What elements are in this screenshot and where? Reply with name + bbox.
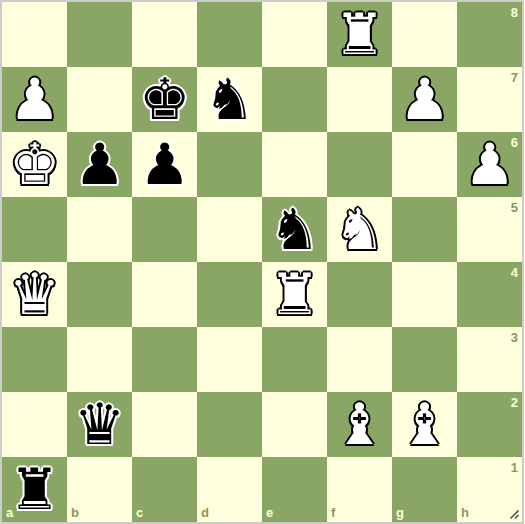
square-g3[interactable] [392, 327, 457, 392]
square-d8[interactable] [197, 2, 262, 67]
square-h7[interactable]: 7 [457, 67, 522, 132]
rank-label-1: 1 [511, 461, 518, 474]
black-pawn[interactable]: ♟ [74, 132, 125, 197]
square-d1[interactable]: d [197, 457, 262, 522]
square-g2[interactable]: ♝ [392, 392, 457, 457]
square-d2[interactable] [197, 392, 262, 457]
rank-label-5: 5 [511, 201, 518, 214]
square-a8[interactable] [2, 2, 67, 67]
white-pawn[interactable]: ♟ [9, 67, 60, 132]
square-c2[interactable] [132, 392, 197, 457]
white-pawn[interactable]: ♟ [399, 67, 450, 132]
square-f5[interactable]: ♞ [327, 197, 392, 262]
file-label-f: f [331, 506, 335, 519]
square-h3[interactable]: 3 [457, 327, 522, 392]
square-b7[interactable] [67, 67, 132, 132]
square-f7[interactable] [327, 67, 392, 132]
white-bishop[interactable]: ♝ [334, 392, 385, 457]
white-rook[interactable]: ♜ [334, 2, 385, 67]
square-d4[interactable] [197, 262, 262, 327]
black-pawn[interactable]: ♟ [139, 132, 190, 197]
rank-label-2: 2 [511, 396, 518, 409]
square-a7[interactable]: ♟ [2, 67, 67, 132]
square-e6[interactable] [262, 132, 327, 197]
black-queen[interactable]: ♛ [74, 392, 125, 457]
rank-label-7: 7 [511, 71, 518, 84]
square-e5[interactable]: ♞ [262, 197, 327, 262]
white-bishop[interactable]: ♝ [399, 392, 450, 457]
white-pawn[interactable]: ♟ [464, 132, 515, 197]
square-b5[interactable] [67, 197, 132, 262]
square-e3[interactable] [262, 327, 327, 392]
rank-label-4: 4 [511, 266, 518, 279]
square-e4[interactable]: ♜ [262, 262, 327, 327]
square-d5[interactable] [197, 197, 262, 262]
square-c8[interactable] [132, 2, 197, 67]
square-e8[interactable] [262, 2, 327, 67]
square-a2[interactable] [2, 392, 67, 457]
square-b2[interactable]: ♛ [67, 392, 132, 457]
square-f8[interactable]: ♜ [327, 2, 392, 67]
chess-board: ♜8♟♚♞♟7♚♟♟♟6♞♞5♛♜43♛♝♝2♜abcdefg1h [0, 0, 524, 524]
square-g1[interactable]: g [392, 457, 457, 522]
square-b1[interactable]: b [67, 457, 132, 522]
square-f6[interactable] [327, 132, 392, 197]
file-label-d: d [201, 506, 209, 519]
square-c1[interactable]: c [132, 457, 197, 522]
square-g4[interactable] [392, 262, 457, 327]
square-h6[interactable]: ♟6 [457, 132, 522, 197]
file-label-c: c [136, 506, 143, 519]
square-b3[interactable] [67, 327, 132, 392]
square-b6[interactable]: ♟ [67, 132, 132, 197]
square-f4[interactable] [327, 262, 392, 327]
black-rook[interactable]: ♜ [9, 457, 60, 522]
rank-label-6: 6 [511, 136, 518, 149]
square-c6[interactable]: ♟ [132, 132, 197, 197]
square-a6[interactable]: ♚ [2, 132, 67, 197]
square-h1[interactable]: 1h [457, 457, 522, 522]
white-rook[interactable]: ♜ [269, 262, 320, 327]
file-label-a: a [6, 506, 13, 519]
square-b8[interactable] [67, 2, 132, 67]
square-d7[interactable]: ♞ [197, 67, 262, 132]
white-knight[interactable]: ♞ [334, 197, 385, 262]
black-knight[interactable]: ♞ [204, 67, 255, 132]
white-king[interactable]: ♚ [9, 132, 60, 197]
square-g5[interactable] [392, 197, 457, 262]
black-knight[interactable]: ♞ [269, 197, 320, 262]
square-e7[interactable] [262, 67, 327, 132]
rank-label-8: 8 [511, 6, 518, 19]
square-c3[interactable] [132, 327, 197, 392]
square-a4[interactable]: ♛ [2, 262, 67, 327]
square-c7[interactable]: ♚ [132, 67, 197, 132]
square-a1[interactable]: ♜a [2, 457, 67, 522]
square-a3[interactable] [2, 327, 67, 392]
file-label-b: b [71, 506, 79, 519]
rank-label-3: 3 [511, 331, 518, 344]
white-queen[interactable]: ♛ [9, 262, 60, 327]
square-f3[interactable] [327, 327, 392, 392]
square-h5[interactable]: 5 [457, 197, 522, 262]
square-g8[interactable] [392, 2, 457, 67]
resize-grip-icon[interactable] [508, 508, 520, 520]
square-c5[interactable] [132, 197, 197, 262]
file-label-e: e [266, 506, 273, 519]
square-h4[interactable]: 4 [457, 262, 522, 327]
square-g6[interactable] [392, 132, 457, 197]
file-label-g: g [396, 506, 404, 519]
square-f2[interactable]: ♝ [327, 392, 392, 457]
black-king[interactable]: ♚ [139, 67, 190, 132]
square-e2[interactable] [262, 392, 327, 457]
square-d3[interactable] [197, 327, 262, 392]
square-b4[interactable] [67, 262, 132, 327]
square-f1[interactable]: f [327, 457, 392, 522]
square-e1[interactable]: e [262, 457, 327, 522]
square-g7[interactable]: ♟ [392, 67, 457, 132]
square-a5[interactable] [2, 197, 67, 262]
square-h2[interactable]: 2 [457, 392, 522, 457]
file-label-h: h [461, 506, 469, 519]
square-c4[interactable] [132, 262, 197, 327]
square-h8[interactable]: 8 [457, 2, 522, 67]
square-d6[interactable] [197, 132, 262, 197]
